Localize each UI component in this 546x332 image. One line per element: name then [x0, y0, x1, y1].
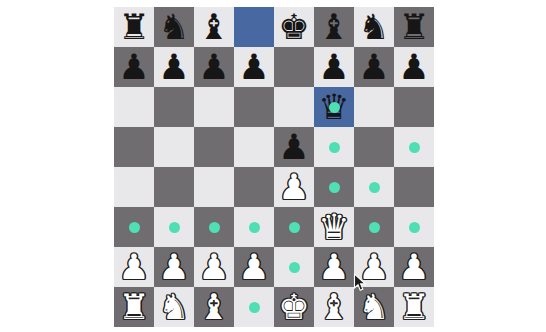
move-dot-f5[interactable]: [329, 142, 340, 153]
square-d3[interactable]: [234, 207, 274, 247]
square-c1[interactable]: ♝: [194, 287, 234, 327]
square-b7[interactable]: ♟: [154, 47, 194, 87]
page: ♜♞♝♚♝♞♜♟♟♟♟♟♟♟♛♟♟♛♟♟♟♟♟♟♟♜♞♝♚♝♞♜: [0, 0, 546, 332]
move-dot-f6[interactable]: [329, 102, 340, 113]
move-dot-g3[interactable]: [369, 222, 380, 233]
black-pawn[interactable]: ♟: [234, 47, 274, 87]
square-g1[interactable]: ♞: [354, 287, 394, 327]
white-bishop[interactable]: ♝: [194, 287, 234, 327]
square-e3[interactable]: [274, 207, 314, 247]
square-c3[interactable]: [194, 207, 234, 247]
square-h4[interactable]: [394, 167, 434, 207]
black-knight[interactable]: ♞: [154, 7, 194, 47]
square-e1[interactable]: ♚: [274, 287, 314, 327]
square-g2[interactable]: ♟: [354, 247, 394, 287]
white-pawn[interactable]: ♟: [194, 247, 234, 287]
square-a7[interactable]: ♟: [114, 47, 154, 87]
move-dot-e2[interactable]: [289, 262, 300, 273]
square-g7[interactable]: ♟: [354, 47, 394, 87]
white-knight[interactable]: ♞: [154, 287, 194, 327]
chess-board: ♜♞♝♚♝♞♜♟♟♟♟♟♟♟♛♟♟♛♟♟♟♟♟♟♟♜♞♝♚♝♞♜: [114, 7, 434, 327]
square-e4[interactable]: ♟: [274, 167, 314, 207]
square-a2[interactable]: ♟: [114, 247, 154, 287]
move-dot-c3[interactable]: [209, 222, 220, 233]
square-a1[interactable]: ♜: [114, 287, 154, 327]
black-pawn[interactable]: ♟: [154, 47, 194, 87]
white-pawn[interactable]: ♟: [314, 247, 354, 287]
move-dot-g4[interactable]: [369, 182, 380, 193]
square-b2[interactable]: ♟: [154, 247, 194, 287]
square-f8[interactable]: ♝: [314, 7, 354, 47]
square-a8[interactable]: ♜: [114, 7, 154, 47]
black-rook[interactable]: ♜: [394, 7, 434, 47]
black-pawn[interactable]: ♟: [354, 47, 394, 87]
square-f7[interactable]: ♟: [314, 47, 354, 87]
square-b5[interactable]: [154, 127, 194, 167]
square-a4[interactable]: [114, 167, 154, 207]
move-dot-f4[interactable]: [329, 182, 340, 193]
square-h6[interactable]: [394, 87, 434, 127]
square-f4[interactable]: [314, 167, 354, 207]
black-pawn[interactable]: ♟: [314, 47, 354, 87]
square-b1[interactable]: ♞: [154, 287, 194, 327]
square-e7[interactable]: [274, 47, 314, 87]
black-pawn[interactable]: ♟: [274, 127, 314, 167]
square-c8[interactable]: ♝: [194, 7, 234, 47]
square-g5[interactable]: [354, 127, 394, 167]
square-g3[interactable]: [354, 207, 394, 247]
black-bishop[interactable]: ♝: [194, 7, 234, 47]
white-king[interactable]: ♚: [274, 287, 314, 327]
square-e5[interactable]: ♟: [274, 127, 314, 167]
square-h2[interactable]: ♟: [394, 247, 434, 287]
square-h8[interactable]: ♜: [394, 7, 434, 47]
square-d6[interactable]: [234, 87, 274, 127]
square-c2[interactable]: ♟: [194, 247, 234, 287]
square-h3[interactable]: [394, 207, 434, 247]
move-dot-h3[interactable]: [409, 222, 420, 233]
square-c7[interactable]: ♟: [194, 47, 234, 87]
square-h7[interactable]: ♟: [394, 47, 434, 87]
square-d7[interactable]: ♟: [234, 47, 274, 87]
white-knight[interactable]: ♞: [354, 287, 394, 327]
move-dot-a3[interactable]: [129, 222, 140, 233]
square-d4[interactable]: [234, 167, 274, 207]
black-pawn[interactable]: ♟: [194, 47, 234, 87]
white-pawn[interactable]: ♟: [154, 247, 194, 287]
white-pawn[interactable]: ♟: [114, 247, 154, 287]
square-a5[interactable]: [114, 127, 154, 167]
square-d5[interactable]: [234, 127, 274, 167]
square-b3[interactable]: [154, 207, 194, 247]
square-d2[interactable]: ♟: [234, 247, 274, 287]
square-f1[interactable]: ♝: [314, 287, 354, 327]
white-bishop[interactable]: ♝: [314, 287, 354, 327]
square-b8[interactable]: ♞: [154, 7, 194, 47]
square-h5[interactable]: [394, 127, 434, 167]
square-e6[interactable]: [274, 87, 314, 127]
move-dot-d1[interactable]: [249, 302, 260, 313]
square-g8[interactable]: ♞: [354, 7, 394, 47]
square-f5[interactable]: [314, 127, 354, 167]
move-dot-e3[interactable]: [289, 222, 300, 233]
black-pawn[interactable]: ♟: [394, 47, 434, 87]
move-dot-d3[interactable]: [249, 222, 260, 233]
black-knight[interactable]: ♞: [354, 7, 394, 47]
square-g4[interactable]: [354, 167, 394, 207]
white-rook[interactable]: ♜: [114, 287, 154, 327]
square-a6[interactable]: [114, 87, 154, 127]
white-rook[interactable]: ♜: [394, 287, 434, 327]
square-c4[interactable]: [194, 167, 234, 207]
square-d1[interactable]: [234, 287, 274, 327]
square-d8[interactable]: [234, 7, 274, 47]
square-f3[interactable]: ♛: [314, 207, 354, 247]
square-f6[interactable]: ♛: [314, 87, 354, 127]
square-b6[interactable]: [154, 87, 194, 127]
white-queen[interactable]: ♛: [314, 207, 354, 247]
square-c5[interactable]: [194, 127, 234, 167]
black-rook[interactable]: ♜: [114, 7, 154, 47]
white-pawn[interactable]: ♟: [234, 247, 274, 287]
move-dot-b3[interactable]: [169, 222, 180, 233]
square-g6[interactable]: [354, 87, 394, 127]
move-dot-h5[interactable]: [409, 142, 420, 153]
square-f2[interactable]: ♟: [314, 247, 354, 287]
square-b4[interactable]: [154, 167, 194, 207]
square-e2[interactable]: [274, 247, 314, 287]
square-a3[interactable]: [114, 207, 154, 247]
black-pawn[interactable]: ♟: [114, 47, 154, 87]
square-e8[interactable]: ♚: [274, 7, 314, 47]
black-king[interactable]: ♚: [274, 7, 314, 47]
white-pawn[interactable]: ♟: [354, 247, 394, 287]
white-pawn[interactable]: ♟: [394, 247, 434, 287]
square-h1[interactable]: ♜: [394, 287, 434, 327]
black-bishop[interactable]: ♝: [314, 7, 354, 47]
square-c6[interactable]: [194, 87, 234, 127]
white-pawn[interactable]: ♟: [274, 167, 314, 207]
